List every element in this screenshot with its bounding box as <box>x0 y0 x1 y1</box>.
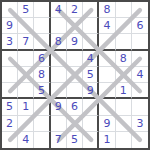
sudoku-board: 5428946378964885459151962934751 <box>0 0 150 150</box>
cell-r7c6[interactable]: 9 <box>99 116 115 132</box>
given-digit: 5 <box>22 4 29 15</box>
cell-r4c0[interactable] <box>2 67 18 83</box>
given-digit: 5 <box>71 134 78 145</box>
cell-r1c5[interactable] <box>83 18 99 34</box>
given-digit: 9 <box>55 101 62 112</box>
cell-r3c1[interactable] <box>18 51 34 67</box>
given-digit: 4 <box>136 69 143 80</box>
cell-r4c8[interactable]: 4 <box>132 67 148 83</box>
cell-r5c8[interactable] <box>132 83 148 99</box>
given-digit: 8 <box>103 4 110 15</box>
cell-r1c8[interactable]: 6 <box>132 18 148 34</box>
cell-r5c6[interactable] <box>99 83 115 99</box>
given-digit: 1 <box>120 85 127 96</box>
cell-r4c4[interactable] <box>67 67 83 83</box>
cell-r5c4[interactable] <box>67 83 83 99</box>
cell-r6c8[interactable] <box>132 99 148 115</box>
cell-r7c4[interactable] <box>67 116 83 132</box>
cell-r4c5[interactable]: 5 <box>83 67 99 83</box>
given-digit: 6 <box>136 20 143 31</box>
cell-r8c6[interactable]: 1 <box>99 132 115 148</box>
cell-r5c5[interactable]: 9 <box>83 83 99 99</box>
cell-r5c1[interactable] <box>18 83 34 99</box>
cell-r1c6[interactable]: 4 <box>99 18 115 34</box>
cell-r6c6[interactable] <box>99 99 115 115</box>
cell-r4c3[interactable] <box>51 67 67 83</box>
given-digit: 2 <box>6 118 13 129</box>
cell-r3c6[interactable] <box>99 51 115 67</box>
cell-r6c3[interactable]: 9 <box>51 99 67 115</box>
cell-r5c7[interactable]: 1 <box>116 83 132 99</box>
given-digit: 3 <box>6 36 13 47</box>
cell-r7c0[interactable]: 2 <box>2 116 18 132</box>
cell-r8c3[interactable]: 7 <box>51 132 67 148</box>
cell-r6c0[interactable]: 5 <box>2 99 18 115</box>
cell-r3c0[interactable] <box>2 51 18 67</box>
cell-r8c7[interactable] <box>116 132 132 148</box>
cell-r3c5[interactable]: 4 <box>83 51 99 67</box>
given-digit: 8 <box>55 36 62 47</box>
cell-r4c6[interactable] <box>99 67 115 83</box>
cell-r1c7[interactable] <box>116 18 132 34</box>
cell-r7c3[interactable] <box>51 116 67 132</box>
cell-r2c8[interactable] <box>132 34 148 50</box>
cell-r1c4[interactable] <box>67 18 83 34</box>
cell-r2c6[interactable] <box>99 34 115 50</box>
cell-r8c1[interactable]: 4 <box>18 132 34 148</box>
cell-r7c1[interactable] <box>18 116 34 132</box>
cell-r8c5[interactable] <box>83 132 99 148</box>
cell-r1c2[interactable] <box>34 18 50 34</box>
cell-r5c3[interactable] <box>51 83 67 99</box>
given-digit: 5 <box>87 69 94 80</box>
cell-r0c7[interactable] <box>116 2 132 18</box>
sudoku-grid: 5428946378964885459151962934751 <box>0 0 150 150</box>
given-digit: 9 <box>71 36 78 47</box>
cell-r4c1[interactable] <box>18 67 34 83</box>
cell-r0c8[interactable] <box>132 2 148 18</box>
cell-r2c2[interactable] <box>34 34 50 50</box>
cell-r6c2[interactable] <box>34 99 50 115</box>
cell-r4c7[interactable] <box>116 67 132 83</box>
given-digit: 8 <box>120 53 127 64</box>
cell-r5c2[interactable]: 5 <box>34 83 50 99</box>
cell-r2c0[interactable]: 3 <box>2 34 18 50</box>
cell-r6c7[interactable] <box>116 99 132 115</box>
cell-r7c7[interactable] <box>116 116 132 132</box>
cell-r1c0[interactable]: 9 <box>2 18 18 34</box>
cell-r0c3[interactable]: 4 <box>51 2 67 18</box>
cell-r3c2[interactable]: 6 <box>34 51 50 67</box>
given-digit: 9 <box>87 85 94 96</box>
cell-r0c5[interactable] <box>83 2 99 18</box>
given-digit: 7 <box>55 134 62 145</box>
cell-r8c4[interactable]: 5 <box>67 132 83 148</box>
given-digit: 1 <box>22 101 29 112</box>
cell-r3c3[interactable] <box>51 51 67 67</box>
cell-r6c5[interactable] <box>83 99 99 115</box>
cell-r8c8[interactable] <box>132 132 148 148</box>
given-digit: 7 <box>22 36 29 47</box>
given-digit: 5 <box>38 85 45 96</box>
cell-r3c7[interactable]: 8 <box>116 51 132 67</box>
given-digit: 6 <box>38 53 45 64</box>
given-digit: 4 <box>87 53 94 64</box>
cell-r0c0[interactable] <box>2 2 18 18</box>
given-digit: 6 <box>71 101 78 112</box>
cell-r1c3[interactable] <box>51 18 67 34</box>
cell-r6c1[interactable]: 1 <box>18 99 34 115</box>
cell-r4c2[interactable]: 8 <box>34 67 50 83</box>
cell-r2c3[interactable]: 8 <box>51 34 67 50</box>
cell-r0c2[interactable] <box>34 2 50 18</box>
given-digit: 4 <box>55 4 62 15</box>
cell-r3c4[interactable] <box>67 51 83 67</box>
given-digit: 4 <box>22 134 29 145</box>
cell-r7c2[interactable] <box>34 116 50 132</box>
cell-r0c4[interactable]: 2 <box>67 2 83 18</box>
cell-r0c1[interactable]: 5 <box>18 2 34 18</box>
cell-r2c4[interactable]: 9 <box>67 34 83 50</box>
cell-r5c0[interactable] <box>2 83 18 99</box>
given-digit: 8 <box>38 69 45 80</box>
given-digit: 9 <box>103 118 110 129</box>
given-digit: 2 <box>71 4 78 15</box>
given-digit: 1 <box>103 134 110 145</box>
cell-r2c7[interactable] <box>116 34 132 50</box>
cell-r8c0[interactable] <box>2 132 18 148</box>
cell-r2c5[interactable] <box>83 34 99 50</box>
cell-r8c2[interactable] <box>34 132 50 148</box>
cell-r7c8[interactable]: 3 <box>132 116 148 132</box>
given-digit: 5 <box>6 101 13 112</box>
given-digit: 3 <box>136 118 143 129</box>
cell-r7c5[interactable] <box>83 116 99 132</box>
given-digit: 4 <box>103 20 110 31</box>
cell-r6c4[interactable]: 6 <box>67 99 83 115</box>
given-digit: 9 <box>6 20 13 31</box>
cell-r0c6[interactable]: 8 <box>99 2 115 18</box>
cell-r3c8[interactable] <box>132 51 148 67</box>
cell-r1c1[interactable] <box>18 18 34 34</box>
cell-r2c1[interactable]: 7 <box>18 34 34 50</box>
